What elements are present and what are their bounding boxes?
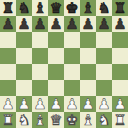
square-d3[interactable] [48,80,64,96]
square-a3[interactable] [0,80,16,96]
square-a5[interactable] [0,48,16,64]
square-c5[interactable] [32,48,48,64]
square-h6[interactable] [112,32,128,48]
square-e2[interactable]: ♟ [64,96,80,112]
square-e1[interactable]: ♚ [64,112,80,128]
square-e6[interactable] [64,32,80,48]
piece-white-king[interactable]: ♚ [66,112,79,128]
square-h3[interactable] [112,80,128,96]
square-b3[interactable] [16,80,32,96]
square-a4[interactable] [0,64,16,80]
piece-black-pawn[interactable]: ♟ [34,16,47,32]
square-h4[interactable] [112,64,128,80]
square-b6[interactable] [16,32,32,48]
square-h1[interactable]: ♜ [112,112,128,128]
square-d2[interactable]: ♟ [48,96,64,112]
square-a1[interactable]: ♜ [0,112,16,128]
piece-black-pawn[interactable]: ♟ [18,16,31,32]
square-a6[interactable] [0,32,16,48]
square-b1[interactable]: ♞ [16,112,32,128]
piece-white-pawn[interactable]: ♟ [2,96,15,112]
square-f3[interactable] [80,80,96,96]
square-f7[interactable]: ♟ [80,16,96,32]
piece-black-pawn[interactable]: ♟ [114,16,127,32]
square-e8[interactable]: ♚ [64,0,80,16]
square-c8[interactable]: ♝ [32,0,48,16]
square-h2[interactable]: ♟ [112,96,128,112]
square-b8[interactable]: ♞ [16,0,32,16]
square-c1[interactable]: ♝ [32,112,48,128]
square-a2[interactable]: ♟ [0,96,16,112]
square-h8[interactable]: ♜ [112,0,128,16]
square-f2[interactable]: ♟ [80,96,96,112]
piece-white-knight[interactable]: ♞ [98,112,111,128]
square-b5[interactable] [16,48,32,64]
piece-black-pawn[interactable]: ♟ [66,16,79,32]
square-e3[interactable] [64,80,80,96]
piece-black-rook[interactable]: ♜ [114,0,127,16]
square-e5[interactable] [64,48,80,64]
square-d8[interactable]: ♛ [48,0,64,16]
square-c6[interactable] [32,32,48,48]
piece-black-pawn[interactable]: ♟ [2,16,15,32]
square-d1[interactable]: ♛ [48,112,64,128]
piece-white-pawn[interactable]: ♟ [18,96,31,112]
piece-black-rook[interactable]: ♜ [2,0,15,16]
square-f1[interactable]: ♝ [80,112,96,128]
square-c2[interactable]: ♟ [32,96,48,112]
square-h5[interactable] [112,48,128,64]
piece-white-queen[interactable]: ♛ [50,112,63,128]
piece-black-pawn[interactable]: ♟ [82,16,95,32]
square-d7[interactable]: ♟ [48,16,64,32]
piece-black-king[interactable]: ♚ [66,0,79,16]
square-c4[interactable] [32,64,48,80]
square-g1[interactable]: ♞ [96,112,112,128]
piece-white-rook[interactable]: ♜ [2,112,15,128]
piece-white-bishop[interactable]: ♝ [82,112,95,128]
square-b2[interactable]: ♟ [16,96,32,112]
square-a7[interactable]: ♟ [0,16,16,32]
piece-black-pawn[interactable]: ♟ [50,16,63,32]
square-h7[interactable]: ♟ [112,16,128,32]
square-g2[interactable]: ♟ [96,96,112,112]
piece-black-knight[interactable]: ♞ [98,0,111,16]
piece-white-pawn[interactable]: ♟ [98,96,111,112]
square-f5[interactable] [80,48,96,64]
piece-white-pawn[interactable]: ♟ [34,96,47,112]
chess-board: ♜♞♝♛♚♝♞♜♟♟♟♟♟♟♟♟♟♟♟♟♟♟♟♟♜♞♝♛♚♝♞♜ [0,0,128,128]
square-f4[interactable] [80,64,96,80]
square-c3[interactable] [32,80,48,96]
square-g8[interactable]: ♞ [96,0,112,16]
piece-black-bishop[interactable]: ♝ [34,0,47,16]
piece-white-bishop[interactable]: ♝ [34,112,47,128]
square-b7[interactable]: ♟ [16,16,32,32]
square-g7[interactable]: ♟ [96,16,112,32]
square-f8[interactable]: ♝ [80,0,96,16]
square-g3[interactable] [96,80,112,96]
square-g4[interactable] [96,64,112,80]
piece-white-pawn[interactable]: ♟ [82,96,95,112]
piece-white-pawn[interactable]: ♟ [50,96,63,112]
piece-white-pawn[interactable]: ♟ [66,96,79,112]
piece-black-pawn[interactable]: ♟ [98,16,111,32]
square-g5[interactable] [96,48,112,64]
piece-white-pawn[interactable]: ♟ [114,96,127,112]
piece-black-queen[interactable]: ♛ [50,0,63,16]
square-c7[interactable]: ♟ [32,16,48,32]
square-d5[interactable] [48,48,64,64]
square-b4[interactable] [16,64,32,80]
square-f6[interactable] [80,32,96,48]
square-a8[interactable]: ♜ [0,0,16,16]
square-e4[interactable] [64,64,80,80]
piece-black-knight[interactable]: ♞ [18,0,31,16]
piece-black-bishop[interactable]: ♝ [82,0,95,16]
square-e7[interactable]: ♟ [64,16,80,32]
square-d4[interactable] [48,64,64,80]
square-d6[interactable] [48,32,64,48]
piece-white-knight[interactable]: ♞ [18,112,31,128]
piece-white-rook[interactable]: ♜ [114,112,127,128]
square-g6[interactable] [96,32,112,48]
